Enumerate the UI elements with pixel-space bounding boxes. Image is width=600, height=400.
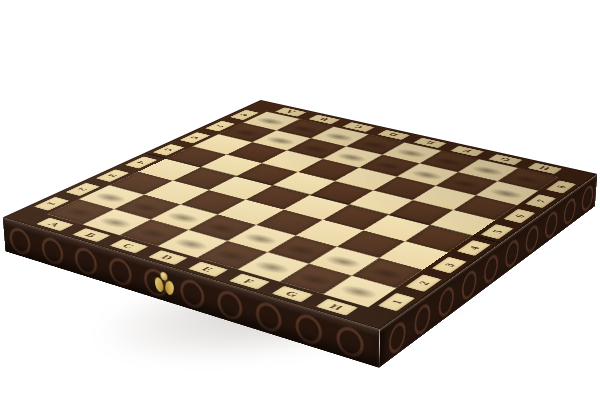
square-h7: ♟: [476, 181, 538, 205]
rook-glyph: ♜: [300, 233, 415, 297]
product-photo-scene: ABCDEFGH ABCDEFGH 12345678 12345678 ♜♞♝♛…: [0, 0, 600, 400]
brass-clasp: [155, 267, 175, 299]
clasp-knob: [161, 271, 168, 281]
